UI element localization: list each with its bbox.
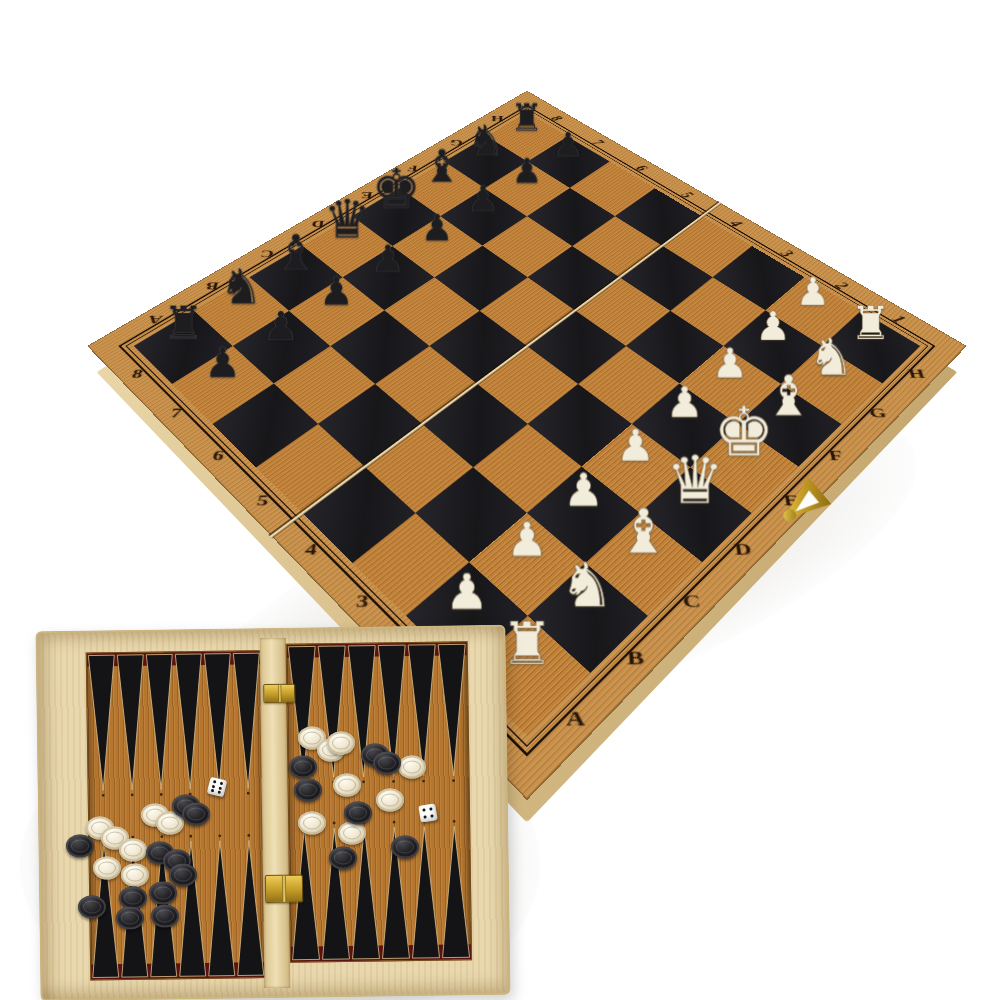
- rank-label-left-4: 4: [304, 541, 319, 559]
- square-h7[interactable]: ♟: [527, 136, 610, 188]
- checker-black[interactable]: [149, 882, 177, 905]
- backgammon-point-left-down-1[interactable]: [88, 655, 116, 790]
- rank-label-left-5: 5: [256, 493, 271, 509]
- rank-label-right-7: 7: [588, 139, 608, 147]
- square-h4[interactable]: [662, 216, 752, 277]
- checker-black[interactable]: [289, 756, 317, 779]
- rank-label-left-6: 6: [211, 448, 226, 463]
- checker-black[interactable]: [169, 864, 197, 887]
- backgammon-point-left-up-5[interactable]: [207, 841, 235, 976]
- square-g5[interactable]: [572, 216, 662, 277]
- rank-label-left-8: 8: [130, 367, 145, 380]
- file-label-bottom-b: B: [627, 648, 645, 668]
- die-pip: [219, 786, 223, 790]
- square-h6[interactable]: [569, 162, 654, 217]
- square-g6[interactable]: [527, 188, 614, 246]
- checker-white[interactable]: [119, 839, 147, 862]
- point-tip-hole: [393, 821, 396, 824]
- brass-hinge-bottom: [265, 875, 303, 904]
- die-pip: [210, 789, 214, 793]
- square-f5[interactable]: [527, 246, 619, 311]
- checker-black[interactable]: [344, 802, 372, 825]
- die-pip: [423, 816, 426, 819]
- piece-black-pawn[interactable]: ♟: [467, 181, 499, 217]
- checker-white[interactable]: [376, 789, 404, 812]
- product-photo-stage: ♜♞♝♛♚♝♞♜♟♟♟♟♟♟♟♟♟♟♟♟♟♟♟♟♜♞♝♛♚♝♞♜ AABBCCD…: [0, 0, 1000, 1000]
- square-h3[interactable]: [712, 246, 804, 311]
- square-e6[interactable]: [435, 246, 527, 311]
- square-e8[interactable]: ♚: [352, 188, 439, 246]
- die-pip: [431, 815, 434, 818]
- point-tip-hole: [422, 780, 425, 783]
- piece-black-queen[interactable]: ♛: [324, 193, 372, 246]
- file-label-bottom-d: D: [733, 541, 753, 559]
- square-e5[interactable]: [479, 277, 574, 346]
- file-label-bottom-c: C: [682, 592, 702, 611]
- checker-black[interactable]: [78, 896, 106, 919]
- file-label-top-b: B: [205, 280, 221, 291]
- square-f8[interactable]: ♝: [400, 162, 485, 217]
- checker-black[interactable]: [294, 779, 322, 802]
- piece-black-bishop[interactable]: ♝: [274, 228, 318, 277]
- backgammon-point-left-down-4[interactable]: [175, 654, 203, 789]
- file-label-top-e: E: [360, 190, 373, 200]
- rank-label-right-2: 2: [830, 280, 853, 290]
- square-h5[interactable]: [614, 188, 701, 246]
- square-g7[interactable]: ♟: [485, 162, 570, 217]
- rank-label-right-4: 4: [725, 219, 747, 228]
- die-pip: [213, 780, 217, 784]
- piece-white-queen[interactable]: ♛: [666, 447, 725, 513]
- rank-label-right-5: 5: [677, 191, 698, 200]
- square-f6[interactable]: [482, 216, 572, 277]
- point-tip-hole: [333, 822, 336, 825]
- piece-white-pawn[interactable]: ♟: [563, 467, 604, 513]
- square-d8[interactable]: ♛: [302, 216, 392, 277]
- square-g3[interactable]: [670, 277, 765, 346]
- piece-black-pawn[interactable]: ♟: [371, 240, 405, 278]
- piece-black-pawn[interactable]: ♟: [553, 128, 583, 162]
- square-e7[interactable]: ♟: [392, 216, 482, 277]
- square-f4[interactable]: [575, 277, 670, 346]
- point-tip-hole: [102, 794, 105, 797]
- point-tip-hole: [452, 779, 455, 782]
- file-label-bottom-a: A: [565, 708, 585, 730]
- file-label-top-c: C: [259, 248, 275, 259]
- piece-black-bishop[interactable]: ♝: [422, 143, 462, 188]
- point-tip-hole: [131, 793, 134, 796]
- piece-black-pawn[interactable]: ♟: [511, 154, 542, 189]
- checker-white[interactable]: [298, 812, 326, 835]
- backgammon-box: [35, 625, 510, 1000]
- checker-black[interactable]: [151, 905, 179, 928]
- checker-white[interactable]: [338, 822, 366, 845]
- piece-white-rook[interactable]: ♜: [501, 615, 554, 674]
- point-tip-hole: [392, 780, 395, 783]
- checker-black[interactable]: [329, 847, 357, 870]
- point-tip-hole: [160, 793, 163, 796]
- file-label-bottom-f: F: [827, 448, 844, 463]
- die-pip: [220, 781, 224, 785]
- piece-black-pawn[interactable]: ♟: [319, 272, 354, 311]
- backgammon-point-right-down-6[interactable]: [438, 644, 467, 776]
- file-label-top-d: D: [311, 219, 326, 229]
- piece-black-pawn[interactable]: ♟: [421, 209, 454, 246]
- backgammon-point-right-up-3[interactable]: [351, 827, 380, 959]
- backgammon-point-left-down-5[interactable]: [204, 654, 232, 789]
- point-tip-hole: [160, 835, 163, 838]
- checker-white[interactable]: [398, 756, 426, 779]
- rank-label-right-3: 3: [776, 249, 798, 259]
- rank-label-left-7: 7: [169, 406, 184, 420]
- die-pip: [218, 791, 222, 795]
- piece-white-pawn[interactable]: ♟: [665, 381, 703, 424]
- point-tip-hole: [218, 834, 221, 837]
- square-d7[interactable]: ♟: [342, 246, 434, 311]
- piece-white-pawn[interactable]: ♟: [616, 423, 656, 467]
- file-label-top-f: F: [407, 164, 418, 173]
- square-c8[interactable]: ♝: [250, 246, 342, 311]
- die-showing-4[interactable]: [418, 803, 437, 822]
- file-label-top-a: A: [146, 313, 164, 325]
- point-tip-hole: [362, 780, 365, 783]
- checker-black[interactable]: [373, 752, 401, 775]
- checker-black[interactable]: [391, 836, 419, 859]
- backgammon-point-left-down-3[interactable]: [146, 654, 174, 789]
- backgammon-point-right-up-6[interactable]: [441, 826, 470, 958]
- square-c7[interactable]: ♟: [289, 277, 384, 346]
- piece-white-knight[interactable]: ♞: [808, 332, 854, 384]
- checker-black[interactable]: [116, 907, 144, 930]
- checker-black[interactable]: [182, 803, 210, 826]
- piece-white-pawn[interactable]: ♟: [444, 567, 488, 616]
- square-g8[interactable]: ♞: [444, 136, 527, 188]
- piece-black-king[interactable]: ♚: [371, 161, 420, 216]
- rank-label-right-6: 6: [631, 164, 652, 172]
- piece-white-pawn[interactable]: ♟: [711, 342, 748, 383]
- file-label-bottom-g: G: [867, 406, 888, 420]
- checker-white[interactable]: [327, 732, 355, 755]
- rank-label-left-3: 3: [355, 592, 369, 611]
- piece-white-pawn[interactable]: ♟: [755, 306, 791, 346]
- die-pip: [430, 807, 433, 810]
- piece-black-rook[interactable]: ♜: [162, 300, 203, 346]
- piece-white-pawn[interactable]: ♟: [506, 515, 549, 562]
- piece-black-pawn[interactable]: ♟: [263, 306, 299, 346]
- file-label-bottom-h: H: [907, 367, 927, 380]
- piece-black-pawn[interactable]: ♟: [204, 342, 241, 383]
- point-tip-hole: [247, 834, 250, 837]
- square-f7[interactable]: ♟: [440, 188, 527, 246]
- file-label-top-g: G: [449, 138, 462, 147]
- square-d6[interactable]: [384, 277, 479, 346]
- piece-black-rook[interactable]: ♜: [510, 99, 544, 137]
- point-tip-hole: [247, 792, 250, 795]
- backgammon-point-left-up-6[interactable]: [236, 840, 264, 975]
- die-pip: [212, 784, 216, 788]
- square-g4[interactable]: [619, 246, 711, 311]
- brass-hinge-top: [263, 684, 295, 703]
- piece-white-bishop[interactable]: ♝: [616, 501, 671, 563]
- checker-white[interactable]: [121, 864, 149, 887]
- coordinate-labels: AABBCCDDEEFFGGHH8877665544332211: [89, 91, 527, 346]
- point-tip-hole: [453, 820, 456, 823]
- square-h8[interactable]: ♜: [487, 112, 568, 161]
- checker-black[interactable]: [66, 835, 94, 858]
- backgammon-point-left-down-2[interactable]: [117, 655, 145, 790]
- rank-label-right-8: 8: [546, 115, 566, 122]
- chess-board-scene: ♜♞♝♛♚♝♞♜♟♟♟♟♟♟♟♟♟♟♟♟♟♟♟♟♜♞♝♛♚♝♞♜ AABBCCD…: [217, 36, 837, 656]
- piece-white-knight[interactable]: ♞: [560, 554, 615, 616]
- point-tip-hole: [189, 835, 192, 838]
- piece-black-knight[interactable]: ♞: [219, 262, 262, 310]
- die-pip: [422, 808, 425, 811]
- piece-white-pawn[interactable]: ♟: [796, 272, 831, 311]
- backgammon-point-left-down-6[interactable]: [233, 653, 261, 788]
- piece-black-knight[interactable]: ♞: [467, 119, 505, 161]
- file-label-top-h: H: [491, 114, 504, 122]
- checker-white[interactable]: [93, 857, 121, 880]
- checker-white[interactable]: [333, 774, 361, 797]
- piece-white-rook[interactable]: ♜: [850, 300, 891, 346]
